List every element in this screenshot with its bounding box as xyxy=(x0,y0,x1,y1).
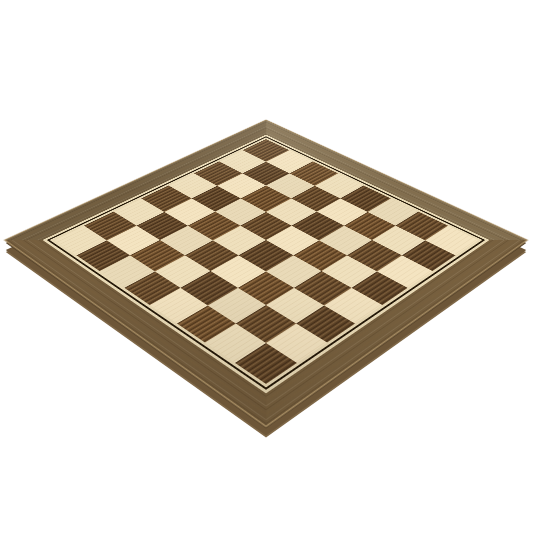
inlay-dark-pinstripe xyxy=(46,136,484,390)
inlay-maple-inner-line xyxy=(49,137,482,387)
inlay-maple-outer-line xyxy=(42,135,489,394)
chessboard xyxy=(5,120,525,425)
product-photo-background xyxy=(0,0,533,533)
playing-field xyxy=(53,139,477,384)
